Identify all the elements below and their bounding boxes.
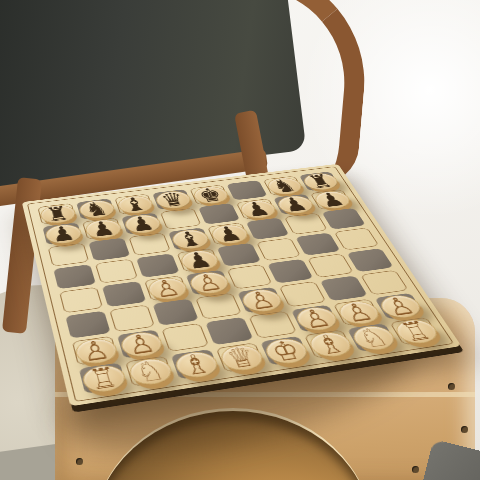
- square-a1[interactable]: ♖: [75, 360, 130, 395]
- photo-scene: ♜♞♝♛♚♞♜♟♟♟♟♟♟♝♟♟♙♙♙♙♙♙♙♙♖♘♗♕♔♗♘♖: [0, 0, 480, 480]
- piece-glyph: ♘: [133, 356, 168, 387]
- piece-white-r-h1[interactable]: ♖: [390, 317, 442, 345]
- stool-screw: [76, 458, 83, 465]
- stool-screw: [448, 383, 455, 390]
- piece-glyph: ♖: [87, 363, 121, 394]
- piece-glyph: ♗: [178, 349, 213, 379]
- stool-screw: [461, 426, 468, 433]
- stool-screw: [412, 466, 419, 473]
